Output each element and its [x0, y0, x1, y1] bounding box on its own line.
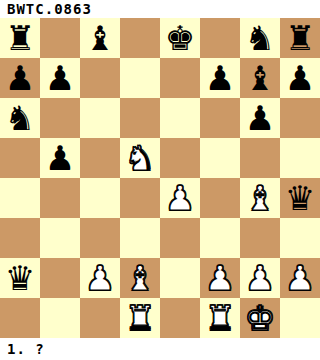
square-d4[interactable]	[120, 178, 160, 218]
square-d2[interactable]: ♝	[120, 258, 160, 298]
square-a1[interactable]	[0, 298, 40, 338]
black-pawn: ♟	[285, 58, 315, 98]
black-pawn: ♟	[45, 138, 75, 178]
black-knight: ♞	[5, 98, 35, 138]
chess-board: ♜♝♚♞♜♟♟♟♝♟♞♟♟♞♟♝♛♛♟♝♟♟♟♜♜♚	[0, 18, 320, 338]
square-c3[interactable]	[80, 218, 120, 258]
white-rook: ♜	[205, 298, 235, 338]
square-f5[interactable]	[200, 138, 240, 178]
square-h1[interactable]	[280, 298, 320, 338]
square-c4[interactable]	[80, 178, 120, 218]
square-h7[interactable]: ♟	[280, 58, 320, 98]
white-pawn: ♟	[205, 258, 235, 298]
square-g1[interactable]: ♚	[240, 298, 280, 338]
square-g6[interactable]: ♟	[240, 98, 280, 138]
square-h6[interactable]	[280, 98, 320, 138]
square-e1[interactable]	[160, 298, 200, 338]
square-e6[interactable]	[160, 98, 200, 138]
black-queen: ♛	[5, 258, 35, 298]
square-f1[interactable]: ♜	[200, 298, 240, 338]
square-h3[interactable]	[280, 218, 320, 258]
black-queen: ♛	[285, 178, 315, 218]
square-f8[interactable]	[200, 18, 240, 58]
square-b1[interactable]	[40, 298, 80, 338]
status-bar: 1. ?	[0, 338, 320, 360]
square-e5[interactable]	[160, 138, 200, 178]
square-a7[interactable]: ♟	[0, 58, 40, 98]
white-pawn: ♟	[85, 258, 115, 298]
square-a8[interactable]: ♜	[0, 18, 40, 58]
white-knight: ♞	[125, 138, 155, 178]
square-c8[interactable]: ♝	[80, 18, 120, 58]
square-b7[interactable]: ♟	[40, 58, 80, 98]
square-c2[interactable]: ♟	[80, 258, 120, 298]
square-d6[interactable]	[120, 98, 160, 138]
square-c1[interactable]	[80, 298, 120, 338]
square-c7[interactable]	[80, 58, 120, 98]
square-e7[interactable]	[160, 58, 200, 98]
square-f6[interactable]	[200, 98, 240, 138]
square-e3[interactable]	[160, 218, 200, 258]
square-a4[interactable]	[0, 178, 40, 218]
square-g3[interactable]	[240, 218, 280, 258]
square-d1[interactable]: ♜	[120, 298, 160, 338]
square-d8[interactable]	[120, 18, 160, 58]
square-b5[interactable]: ♟	[40, 138, 80, 178]
square-d3[interactable]	[120, 218, 160, 258]
square-e2[interactable]	[160, 258, 200, 298]
square-g7[interactable]: ♝	[240, 58, 280, 98]
white-bishop: ♝	[245, 178, 275, 218]
square-b6[interactable]	[40, 98, 80, 138]
square-h5[interactable]	[280, 138, 320, 178]
square-b3[interactable]	[40, 218, 80, 258]
white-rook: ♜	[125, 298, 155, 338]
black-bishop: ♝	[85, 18, 115, 58]
title-bar: BWTC.0863	[0, 0, 320, 18]
square-a6[interactable]: ♞	[0, 98, 40, 138]
square-b4[interactable]	[40, 178, 80, 218]
black-bishop: ♝	[245, 58, 275, 98]
square-g5[interactable]	[240, 138, 280, 178]
square-b2[interactable]	[40, 258, 80, 298]
white-bishop: ♝	[125, 258, 155, 298]
square-e4[interactable]: ♟	[160, 178, 200, 218]
square-f4[interactable]	[200, 178, 240, 218]
square-a2[interactable]: ♛	[0, 258, 40, 298]
black-pawn: ♟	[45, 58, 75, 98]
square-f2[interactable]: ♟	[200, 258, 240, 298]
square-g4[interactable]: ♝	[240, 178, 280, 218]
white-pawn: ♟	[245, 258, 275, 298]
square-c5[interactable]	[80, 138, 120, 178]
square-f7[interactable]: ♟	[200, 58, 240, 98]
white-pawn: ♟	[285, 258, 315, 298]
square-g2[interactable]: ♟	[240, 258, 280, 298]
black-rook: ♜	[5, 18, 35, 58]
square-d5[interactable]: ♞	[120, 138, 160, 178]
black-pawn: ♟	[205, 58, 235, 98]
square-g8[interactable]: ♞	[240, 18, 280, 58]
square-a3[interactable]	[0, 218, 40, 258]
move-prompt: 1. ?	[7, 341, 45, 357]
square-h2[interactable]: ♟	[280, 258, 320, 298]
square-h8[interactable]: ♜	[280, 18, 320, 58]
square-b8[interactable]	[40, 18, 80, 58]
problem-title: BWTC.0863	[7, 0, 92, 18]
white-king: ♚	[245, 298, 275, 338]
black-king: ♚	[165, 18, 195, 58]
black-pawn: ♟	[5, 58, 35, 98]
square-d7[interactable]	[120, 58, 160, 98]
black-pawn: ♟	[245, 98, 275, 138]
square-e8[interactable]: ♚	[160, 18, 200, 58]
square-c6[interactable]	[80, 98, 120, 138]
black-knight: ♞	[245, 18, 275, 58]
white-pawn: ♟	[165, 178, 195, 218]
square-h4[interactable]: ♛	[280, 178, 320, 218]
square-f3[interactable]	[200, 218, 240, 258]
square-a5[interactable]	[0, 138, 40, 178]
black-rook: ♜	[285, 18, 315, 58]
